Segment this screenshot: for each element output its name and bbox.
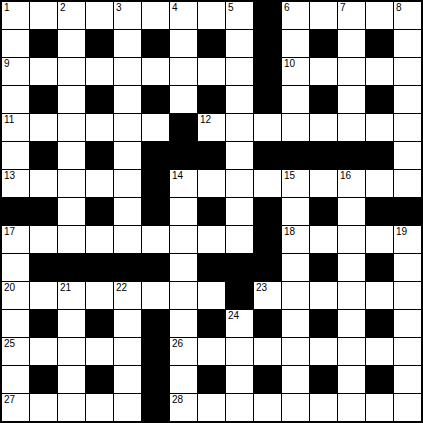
white-cell-r3c6[interactable] — [142, 58, 169, 85]
black-cell-r10c8 — [198, 254, 225, 281]
black-cell-r6c13 — [338, 142, 365, 169]
white-cell-r13c8[interactable] — [198, 338, 225, 365]
white-cell-r8c7[interactable] — [170, 198, 197, 225]
white-cell-r13c5[interactable] — [114, 338, 141, 365]
white-cell-r1c5[interactable]: 3 — [114, 2, 141, 29]
clue-number-6: 6 — [284, 2, 290, 13]
white-cell-r15c14[interactable] — [366, 394, 393, 421]
white-cell-r4c13[interactable] — [338, 86, 365, 113]
clue-number-10: 10 — [284, 58, 295, 69]
black-cell-r10c12 — [310, 254, 337, 281]
white-cell-r1c14[interactable] — [366, 2, 393, 29]
clue-number-7: 7 — [340, 2, 346, 13]
black-cell-r6c4 — [86, 142, 113, 169]
white-cell-r9c7[interactable] — [170, 226, 197, 253]
white-cell-r15c3[interactable] — [58, 394, 85, 421]
white-cell-r5c5[interactable] — [114, 114, 141, 141]
clue-number-20: 20 — [4, 282, 15, 293]
white-cell-r13c10[interactable] — [254, 338, 281, 365]
white-cell-r1c13[interactable]: 7 — [338, 2, 365, 29]
white-cell-r11c13[interactable] — [338, 282, 365, 309]
black-cell-r4c2 — [30, 86, 57, 113]
white-cell-r11c1[interactable]: 20 — [2, 282, 29, 309]
white-cell-r1c2[interactable] — [30, 2, 57, 29]
white-cell-r4c15[interactable] — [394, 86, 421, 113]
crossword-board: 1234567891011121314151617181920212223242… — [0, 0, 423, 423]
clue-number-3: 3 — [116, 2, 122, 13]
white-cell-r3c4[interactable] — [86, 58, 113, 85]
white-cell-r3c3[interactable] — [58, 58, 85, 85]
white-cell-r11c5[interactable]: 22 — [114, 282, 141, 309]
white-cell-r5c10[interactable] — [254, 114, 281, 141]
black-cell-r2c8 — [198, 30, 225, 57]
white-cell-r6c3[interactable] — [58, 142, 85, 169]
black-cell-r11c9 — [226, 282, 253, 309]
white-cell-r4c7[interactable] — [170, 86, 197, 113]
black-cell-r4c12 — [310, 86, 337, 113]
white-cell-r3c2[interactable] — [30, 58, 57, 85]
white-cell-r9c6[interactable] — [142, 226, 169, 253]
clue-number-25: 25 — [4, 338, 15, 349]
black-cell-r8c4 — [86, 198, 113, 225]
white-cell-r15c1[interactable]: 27 — [2, 394, 29, 421]
black-cell-r4c14 — [366, 86, 393, 113]
white-cell-r8c5[interactable] — [114, 198, 141, 225]
white-cell-r3c7[interactable] — [170, 58, 197, 85]
white-cell-r9c14[interactable] — [366, 226, 393, 253]
clue-number-15: 15 — [284, 170, 295, 181]
white-cell-r15c5[interactable] — [114, 394, 141, 421]
white-cell-r12c3[interactable] — [58, 310, 85, 337]
clue-number-27: 27 — [4, 394, 15, 405]
white-cell-r7c8[interactable] — [198, 170, 225, 197]
white-cell-r13c13[interactable] — [338, 338, 365, 365]
black-cell-r10c4 — [86, 254, 113, 281]
black-cell-r10c5 — [114, 254, 141, 281]
white-cell-r14c3[interactable] — [58, 366, 85, 393]
white-cell-r1c12[interactable] — [310, 2, 337, 29]
white-cell-r13c11[interactable] — [282, 338, 309, 365]
white-cell-r12c15[interactable] — [394, 310, 421, 337]
white-cell-r5c4[interactable] — [86, 114, 113, 141]
white-cell-r9c15[interactable]: 19 — [394, 226, 421, 253]
white-cell-r7c13[interactable]: 16 — [338, 170, 365, 197]
black-cell-r3c10 — [254, 58, 281, 85]
white-cell-r7c9[interactable] — [226, 170, 253, 197]
white-cell-r14c13[interactable] — [338, 366, 365, 393]
white-cell-r14c5[interactable] — [114, 366, 141, 393]
white-cell-r9c8[interactable] — [198, 226, 225, 253]
black-cell-r10c3 — [58, 254, 85, 281]
white-cell-r4c5[interactable] — [114, 86, 141, 113]
white-cell-r6c15[interactable] — [394, 142, 421, 169]
white-cell-r13c15[interactable] — [394, 338, 421, 365]
white-cell-r2c13[interactable] — [338, 30, 365, 57]
black-cell-r6c2 — [30, 142, 57, 169]
white-cell-r15c4[interactable] — [86, 394, 113, 421]
clue-number-26: 26 — [172, 338, 183, 349]
white-cell-r1c4[interactable] — [86, 2, 113, 29]
clue-number-13: 13 — [4, 170, 15, 181]
white-cell-r7c12[interactable] — [310, 170, 337, 197]
white-cell-r4c9[interactable] — [226, 86, 253, 113]
white-cell-r14c9[interactable] — [226, 366, 253, 393]
white-cell-r7c4[interactable] — [86, 170, 113, 197]
clue-number-8: 8 — [396, 2, 402, 13]
white-cell-r8c9[interactable] — [226, 198, 253, 225]
white-cell-r7c14[interactable] — [366, 170, 393, 197]
white-cell-r7c2[interactable] — [30, 170, 57, 197]
white-cell-r13c4[interactable] — [86, 338, 113, 365]
black-cell-r6c6 — [142, 142, 169, 169]
clue-number-21: 21 — [60, 282, 71, 293]
clue-number-28: 28 — [172, 394, 183, 405]
white-cell-r7c3[interactable] — [58, 170, 85, 197]
white-cell-r8c11[interactable] — [282, 198, 309, 225]
white-cell-r11c10[interactable]: 23 — [254, 282, 281, 309]
black-cell-r15c6 — [142, 394, 169, 421]
white-cell-r15c10[interactable] — [254, 394, 281, 421]
white-cell-r1c11[interactable]: 6 — [282, 2, 309, 29]
clue-number-11: 11 — [4, 114, 14, 125]
black-cell-r14c12 — [310, 366, 337, 393]
white-cell-r1c8[interactable] — [198, 2, 225, 29]
black-cell-r8c14 — [366, 198, 393, 225]
white-cell-r2c15[interactable] — [394, 30, 421, 57]
white-cell-r5c15[interactable] — [394, 114, 421, 141]
white-cell-r4c1[interactable] — [2, 86, 29, 113]
white-cell-r9c5[interactable] — [114, 226, 141, 253]
black-cell-r4c6 — [142, 86, 169, 113]
white-cell-r15c8[interactable] — [198, 394, 225, 421]
black-cell-r5c7 — [170, 114, 197, 141]
black-cell-r6c12 — [310, 142, 337, 169]
white-cell-r10c1[interactable] — [2, 254, 29, 281]
clue-number-4: 4 — [172, 2, 178, 13]
black-cell-r2c2 — [30, 30, 57, 57]
black-cell-r8c8 — [198, 198, 225, 225]
white-cell-r2c3[interactable] — [58, 30, 85, 57]
black-cell-r7c6 — [142, 170, 169, 197]
white-cell-r1c6[interactable] — [142, 2, 169, 29]
white-cell-r9c11[interactable]: 18 — [282, 226, 309, 253]
clue-number-9: 9 — [4, 58, 10, 69]
white-cell-r6c1[interactable] — [2, 142, 29, 169]
black-cell-r10c10 — [254, 254, 281, 281]
black-cell-r12c2 — [30, 310, 57, 337]
white-cell-r15c7[interactable]: 28 — [170, 394, 197, 421]
black-cell-r6c7 — [170, 142, 197, 169]
white-cell-r13c3[interactable] — [58, 338, 85, 365]
clue-number-12: 12 — [200, 114, 211, 125]
white-cell-r9c3[interactable] — [58, 226, 85, 253]
white-cell-r15c2[interactable] — [30, 394, 57, 421]
black-cell-r4c10 — [254, 86, 281, 113]
white-cell-r5c12[interactable] — [310, 114, 337, 141]
white-cell-r5c6[interactable] — [142, 114, 169, 141]
clue-number-5: 5 — [228, 2, 234, 13]
white-cell-r12c7[interactable] — [170, 310, 197, 337]
black-cell-r10c14 — [366, 254, 393, 281]
black-cell-r14c4 — [86, 366, 113, 393]
white-cell-r9c2[interactable] — [30, 226, 57, 253]
white-cell-r13c14[interactable] — [366, 338, 393, 365]
black-cell-r9c10 — [254, 226, 281, 253]
white-cell-r5c1[interactable]: 11 — [2, 114, 29, 141]
white-cell-r15c15[interactable] — [394, 394, 421, 421]
white-cell-r3c12[interactable] — [310, 58, 337, 85]
black-cell-r10c6 — [142, 254, 169, 281]
black-cell-r14c10 — [254, 366, 281, 393]
black-cell-r12c6 — [142, 310, 169, 337]
white-cell-r3c11[interactable]: 10 — [282, 58, 309, 85]
white-cell-r12c11[interactable] — [282, 310, 309, 337]
white-cell-r13c2[interactable] — [30, 338, 57, 365]
black-cell-r12c10 — [254, 310, 281, 337]
black-cell-r10c2 — [30, 254, 57, 281]
white-cell-r12c9[interactable]: 24 — [226, 310, 253, 337]
white-cell-r9c1[interactable]: 17 — [2, 226, 29, 253]
white-cell-r7c10[interactable] — [254, 170, 281, 197]
white-cell-r2c1[interactable] — [2, 30, 29, 57]
white-cell-r11c2[interactable] — [30, 282, 57, 309]
white-cell-r15c9[interactable] — [226, 394, 253, 421]
black-cell-r8c12 — [310, 198, 337, 225]
white-cell-r7c5[interactable] — [114, 170, 141, 197]
white-cell-r11c6[interactable] — [142, 282, 169, 309]
black-cell-r14c2 — [30, 366, 57, 393]
white-cell-r13c9[interactable] — [226, 338, 253, 365]
black-cell-r12c8 — [198, 310, 225, 337]
white-cell-r9c13[interactable] — [338, 226, 365, 253]
white-cell-r7c11[interactable]: 15 — [282, 170, 309, 197]
black-cell-r12c12 — [310, 310, 337, 337]
white-cell-r9c4[interactable] — [86, 226, 113, 253]
clue-number-14: 14 — [172, 170, 183, 181]
clue-number-16: 16 — [340, 170, 351, 181]
black-cell-r2c10 — [254, 30, 281, 57]
clue-number-23: 23 — [256, 282, 267, 293]
clue-number-24: 24 — [228, 310, 239, 321]
black-cell-r14c14 — [366, 366, 393, 393]
white-cell-r12c1[interactable] — [2, 310, 29, 337]
white-cell-r11c3[interactable]: 21 — [58, 282, 85, 309]
white-cell-r11c4[interactable] — [86, 282, 113, 309]
white-cell-r5c3[interactable] — [58, 114, 85, 141]
white-cell-r1c1[interactable]: 1 — [2, 2, 29, 29]
white-cell-r10c13[interactable] — [338, 254, 365, 281]
white-cell-r11c11[interactable] — [282, 282, 309, 309]
black-cell-r2c12 — [310, 30, 337, 57]
black-cell-r14c8 — [198, 366, 225, 393]
black-cell-r8c15 — [394, 198, 421, 225]
white-cell-r3c5[interactable] — [114, 58, 141, 85]
white-cell-r7c15[interactable] — [394, 170, 421, 197]
white-cell-r7c7[interactable]: 14 — [170, 170, 197, 197]
white-cell-r1c9[interactable]: 5 — [226, 2, 253, 29]
white-cell-r12c5[interactable] — [114, 310, 141, 337]
white-cell-r2c11[interactable] — [282, 30, 309, 57]
white-cell-r3c1[interactable]: 9 — [2, 58, 29, 85]
black-cell-r2c14 — [366, 30, 393, 57]
white-cell-r14c11[interactable] — [282, 366, 309, 393]
black-cell-r4c4 — [86, 86, 113, 113]
white-cell-r10c7[interactable] — [170, 254, 197, 281]
white-cell-r4c11[interactable] — [282, 86, 309, 113]
clue-number-2: 2 — [60, 2, 66, 13]
black-cell-r6c8 — [198, 142, 225, 169]
black-cell-r12c14 — [366, 310, 393, 337]
clue-number-22: 22 — [116, 282, 127, 293]
black-cell-r6c11 — [282, 142, 309, 169]
white-cell-r13c1[interactable]: 25 — [2, 338, 29, 365]
white-cell-r15c13[interactable] — [338, 394, 365, 421]
black-cell-r2c4 — [86, 30, 113, 57]
white-cell-r14c7[interactable] — [170, 366, 197, 393]
black-cell-r1c10 — [254, 2, 281, 29]
white-cell-r4c3[interactable] — [58, 86, 85, 113]
white-cell-r3c9[interactable] — [226, 58, 253, 85]
black-cell-r10c9 — [226, 254, 253, 281]
white-cell-r10c11[interactable] — [282, 254, 309, 281]
white-cell-r9c12[interactable] — [310, 226, 337, 253]
white-cell-r3c13[interactable] — [338, 58, 365, 85]
black-cell-r6c14 — [366, 142, 393, 169]
white-cell-r9c9[interactable] — [226, 226, 253, 253]
white-cell-r5c11[interactable] — [282, 114, 309, 141]
white-cell-r3c8[interactable] — [198, 58, 225, 85]
white-cell-r1c3[interactable]: 2 — [58, 2, 85, 29]
white-cell-r10c15[interactable] — [394, 254, 421, 281]
white-cell-r2c9[interactable] — [226, 30, 253, 57]
white-cell-r2c5[interactable] — [114, 30, 141, 57]
white-cell-r11c8[interactable] — [198, 282, 225, 309]
white-cell-r5c9[interactable] — [226, 114, 253, 141]
white-cell-r1c15[interactable]: 8 — [394, 2, 421, 29]
white-cell-r2c7[interactable] — [170, 30, 197, 57]
white-cell-r7c1[interactable]: 13 — [2, 170, 29, 197]
black-cell-r2c6 — [142, 30, 169, 57]
black-cell-r8c2 — [30, 198, 57, 225]
white-cell-r12c13[interactable] — [338, 310, 365, 337]
white-cell-r8c3[interactable] — [58, 198, 85, 225]
black-cell-r14c6 — [142, 366, 169, 393]
white-cell-r15c11[interactable] — [282, 394, 309, 421]
black-cell-r12c4 — [86, 310, 113, 337]
white-cell-r5c2[interactable] — [30, 114, 57, 141]
clue-number-18: 18 — [284, 226, 295, 237]
clue-number-19: 19 — [396, 226, 407, 237]
white-cell-r15c12[interactable] — [310, 394, 337, 421]
white-cell-r14c15[interactable] — [394, 366, 421, 393]
white-cell-r11c14[interactable] — [366, 282, 393, 309]
white-cell-r11c7[interactable] — [170, 282, 197, 309]
white-cell-r3c15[interactable] — [394, 58, 421, 85]
white-cell-r13c12[interactable] — [310, 338, 337, 365]
black-cell-r8c6 — [142, 198, 169, 225]
black-cell-r8c1 — [2, 198, 29, 225]
white-cell-r11c12[interactable] — [310, 282, 337, 309]
white-cell-r5c13[interactable] — [338, 114, 365, 141]
white-cell-r1c7[interactable]: 4 — [170, 2, 197, 29]
white-cell-r5c8[interactable]: 12 — [198, 114, 225, 141]
white-cell-r14c1[interactable] — [2, 366, 29, 393]
clue-number-1: 1 — [4, 2, 10, 13]
white-cell-r6c9[interactable] — [226, 142, 253, 169]
black-cell-r4c8 — [198, 86, 225, 113]
white-cell-r6c5[interactable] — [114, 142, 141, 169]
black-cell-r6c10 — [254, 142, 281, 169]
white-cell-r3c14[interactable] — [366, 58, 393, 85]
white-cell-r5c14[interactable] — [366, 114, 393, 141]
white-cell-r13c7[interactable]: 26 — [170, 338, 197, 365]
white-cell-r11c15[interactable] — [394, 282, 421, 309]
black-cell-r8c10 — [254, 198, 281, 225]
clue-number-17: 17 — [4, 226, 15, 237]
white-cell-r8c13[interactable] — [338, 198, 365, 225]
black-cell-r13c6 — [142, 338, 169, 365]
